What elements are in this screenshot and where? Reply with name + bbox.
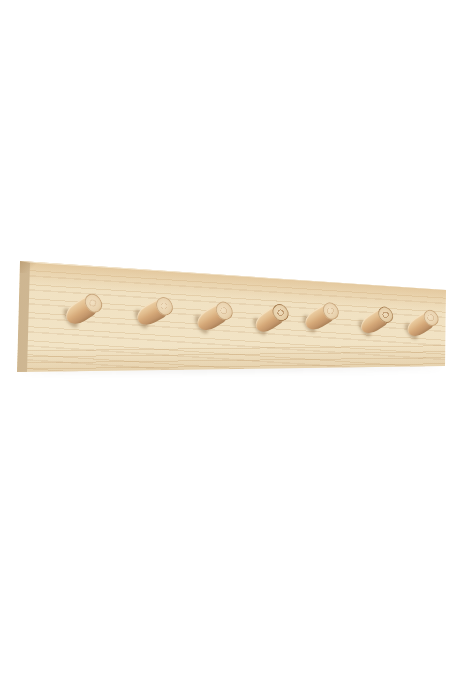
board-corner-shading: [20, 261, 36, 273]
peg-rail-board: [0, 0, 460, 690]
product-photo-stage: [0, 0, 460, 690]
